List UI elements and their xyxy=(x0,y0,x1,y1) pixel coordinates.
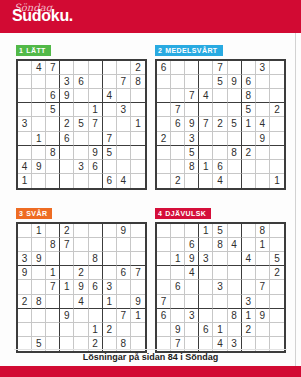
sudoku-cell xyxy=(46,132,60,146)
sudoku-cell xyxy=(228,103,242,117)
sudoku-cell xyxy=(32,309,46,323)
sudoku-cell xyxy=(213,295,227,309)
sudoku-cell: 6 xyxy=(157,61,171,75)
sudoku-cell: 1 xyxy=(256,238,270,252)
sudoku-cell xyxy=(228,252,242,266)
sudoku-cell: 5 xyxy=(270,252,284,266)
sudoku-cell: 1 xyxy=(131,309,145,323)
sudoku-cell xyxy=(213,146,227,160)
sudoku-cell xyxy=(270,117,284,131)
sudoku-cell xyxy=(213,132,227,146)
sudoku-cell xyxy=(60,323,74,337)
sudoku-cell: 8 xyxy=(228,309,242,323)
sudoku-cell xyxy=(131,280,145,294)
sudoku-cell xyxy=(199,266,213,280)
sudoku-cell xyxy=(228,89,242,103)
sudoku-cell: 8 xyxy=(131,75,145,89)
sudoku-cell: 9 xyxy=(32,160,46,174)
sudoku-cell xyxy=(46,174,60,188)
sudoku-cell: 6 xyxy=(74,75,88,89)
puzzle-difficulty: LÄTT xyxy=(26,47,45,54)
sudoku-cell xyxy=(157,280,171,294)
puzzle-2-medelsvart: 2 MEDELSVÅRT 673596748752697251423958281… xyxy=(155,39,286,190)
sudoku-cell xyxy=(18,224,32,238)
sudoku-cell: 1 xyxy=(171,252,185,266)
sudoku-cell xyxy=(270,160,284,174)
sudoku-cell: 1 xyxy=(131,117,145,131)
sudoku-cell: 3 xyxy=(199,252,213,266)
sudoku-cell xyxy=(256,89,270,103)
sudoku-cell xyxy=(117,61,131,75)
sudoku-cell xyxy=(199,132,213,146)
sudoku-cell: 4 xyxy=(228,238,242,252)
sudoku-cell: 2 xyxy=(270,266,284,280)
sudoku-cell xyxy=(18,323,32,337)
sudoku-cell xyxy=(242,132,256,146)
sudoku-cell: 2 xyxy=(60,224,74,238)
sudoku-cell: 7 xyxy=(60,238,74,252)
sudoku-cell xyxy=(185,224,199,238)
sudoku-cell xyxy=(60,61,74,75)
sudoku-cell xyxy=(228,61,242,75)
sudoku-cell xyxy=(131,160,145,174)
sudoku-grid-4: 1586841193454263773638199612743 xyxy=(155,222,286,353)
sudoku-cell xyxy=(103,61,117,75)
sudoku-cell: 3 xyxy=(117,103,131,117)
sudoku-cell xyxy=(32,103,46,117)
solutions-note: Lösningar på sidan 84 i Söndag xyxy=(0,352,301,362)
sudoku-cell xyxy=(60,146,74,160)
sudoku-cell: 7 xyxy=(171,103,185,117)
sudoku-cell xyxy=(270,224,284,238)
sudoku-cell xyxy=(157,224,171,238)
brand-main-text: Sudoku. xyxy=(12,7,73,24)
sudoku-cell xyxy=(18,75,32,89)
sudoku-cell: 3 xyxy=(74,160,88,174)
difficulty-label-4: 4 DJÄVULSK xyxy=(155,208,211,219)
sudoku-cell xyxy=(171,238,185,252)
sudoku-cell: 6 xyxy=(46,89,60,103)
sudoku-cell xyxy=(103,160,117,174)
sudoku-cell xyxy=(171,295,185,309)
sudoku-cell xyxy=(74,61,88,75)
sudoku-cell: 9 xyxy=(74,280,88,294)
sudoku-cell: 9 xyxy=(89,146,103,160)
sudoku-cell xyxy=(89,238,103,252)
sudoku-cell xyxy=(89,61,103,75)
sudoku-cell xyxy=(185,174,199,188)
sudoku-cell: 5 xyxy=(46,103,60,117)
sudoku-cell xyxy=(256,252,270,266)
sudoku-cell xyxy=(117,238,131,252)
sudoku-cell xyxy=(18,103,32,117)
sudoku-cell: 8 xyxy=(32,295,46,309)
sudoku-cell xyxy=(60,160,74,174)
sudoku-cell: 1 xyxy=(103,295,117,309)
sudoku-cell: 3 xyxy=(185,132,199,146)
sudoku-cell xyxy=(32,146,46,160)
sudoku-cell xyxy=(228,224,242,238)
sudoku-cell xyxy=(32,280,46,294)
sudoku-cell: 3 xyxy=(18,252,32,266)
sudoku-cell: 9 xyxy=(131,295,145,309)
magazine-page: Söndag Sudoku. 1 LÄTT 472367869451332571… xyxy=(0,0,301,377)
sudoku-cell: 5 xyxy=(242,103,256,117)
sudoku-cell xyxy=(228,132,242,146)
sudoku-cell xyxy=(242,280,256,294)
sudoku-cell xyxy=(89,295,103,309)
sudoku-cell xyxy=(171,132,185,146)
sudoku-cell xyxy=(103,266,117,280)
sudoku-cell xyxy=(228,323,242,337)
sudoku-grid-1: 4723678694513325711678954936164 xyxy=(16,59,147,190)
sudoku-cell xyxy=(103,238,117,252)
sudoku-cell: 7 xyxy=(213,61,227,75)
sudoku-cell: 3 xyxy=(60,75,74,89)
sudoku-cell: 9 xyxy=(117,224,131,238)
sudoku-cell xyxy=(46,75,60,89)
sudoku-cell: 1 xyxy=(199,160,213,174)
sudoku-cell xyxy=(60,295,74,309)
sudoku-cell: 2 xyxy=(157,132,171,146)
sudoku-cell: 3 xyxy=(213,280,227,294)
puzzle-number: 1 xyxy=(19,47,23,54)
sudoku-cell xyxy=(228,280,242,294)
sudoku-cell xyxy=(171,309,185,323)
sudoku-cell xyxy=(185,323,199,337)
sudoku-cell xyxy=(185,61,199,75)
sudoku-cell xyxy=(60,252,74,266)
sudoku-cell xyxy=(228,174,242,188)
sudoku-cell xyxy=(46,224,60,238)
puzzle-3-svar: 3 SVÅR 1298739891267719632841997112528 xyxy=(16,202,147,353)
sudoku-cell xyxy=(74,323,88,337)
sudoku-cell: 3 xyxy=(103,280,117,294)
sudoku-cell xyxy=(199,238,213,252)
puzzle-difficulty: SVÅR xyxy=(26,210,47,217)
sudoku-cell xyxy=(256,266,270,280)
sudoku-cell xyxy=(270,132,284,146)
sudoku-cell xyxy=(74,238,88,252)
sudoku-cell: 4 xyxy=(242,252,256,266)
sudoku-cell: 7 xyxy=(131,266,145,280)
sudoku-cell: 6 xyxy=(157,309,171,323)
sudoku-cell: 3 xyxy=(242,295,256,309)
puzzle-4-djavulsk: 4 DJÄVULSK 15868411934542637736381996127… xyxy=(155,202,286,353)
sudoku-cell: 2 xyxy=(103,323,117,337)
sudoku-cell xyxy=(131,238,145,252)
sudoku-cell xyxy=(18,132,32,146)
sudoku-cell: 8 xyxy=(228,146,242,160)
sudoku-cell: 1 xyxy=(46,266,60,280)
sudoku-cell xyxy=(32,238,46,252)
sudoku-cell xyxy=(270,61,284,75)
sudoku-cell: 7 xyxy=(185,89,199,103)
sudoku-cell xyxy=(18,309,32,323)
sudoku-cell xyxy=(131,146,145,160)
sudoku-cell xyxy=(228,160,242,174)
sudoku-cell xyxy=(171,160,185,174)
sudoku-grid-3: 1298739891267719632841997112528 xyxy=(16,222,147,353)
sudoku-cell xyxy=(89,89,103,103)
sudoku-cell: 1 xyxy=(213,323,227,337)
sudoku-cell: 4 xyxy=(199,89,213,103)
sudoku-cell xyxy=(185,295,199,309)
sudoku-cell xyxy=(199,103,213,117)
sudoku-cell: 8 xyxy=(46,146,60,160)
sudoku-cell xyxy=(199,295,213,309)
sudoku-cell xyxy=(199,61,213,75)
sudoku-cell xyxy=(270,309,284,323)
sudoku-cell xyxy=(18,61,32,75)
puzzle-number: 3 xyxy=(19,210,23,217)
sudoku-cell xyxy=(270,238,284,252)
sudoku-cell: 1 xyxy=(18,174,32,188)
footer-divider xyxy=(14,349,287,350)
sudoku-cell xyxy=(185,280,199,294)
sudoku-cell: 5 xyxy=(185,146,199,160)
sudoku-cell xyxy=(256,323,270,337)
sudoku-cell: 1 xyxy=(32,224,46,238)
sudoku-cell: 2 xyxy=(270,103,284,117)
sudoku-cell: 6 xyxy=(171,117,185,131)
sudoku-cell xyxy=(131,224,145,238)
sudoku-cell xyxy=(171,224,185,238)
sudoku-cell xyxy=(117,117,131,131)
sudoku-cell xyxy=(74,224,88,238)
sudoku-cell xyxy=(270,75,284,89)
sudoku-cell xyxy=(157,174,171,188)
sudoku-cell: 6 xyxy=(89,160,103,174)
sudoku-cell: 1 xyxy=(89,323,103,337)
puzzle-area: 1 LÄTT 4723678694513325711678954936164 2… xyxy=(16,39,286,353)
sudoku-cell: 7 xyxy=(117,309,131,323)
sudoku-cell: 8 xyxy=(242,89,256,103)
sudoku-cell xyxy=(131,174,145,188)
sudoku-cell xyxy=(89,132,103,146)
sudoku-cell xyxy=(157,146,171,160)
sudoku-cell: 9 xyxy=(185,117,199,131)
sudoku-cell xyxy=(46,309,60,323)
sudoku-cell: 5 xyxy=(213,75,227,89)
page-edge xyxy=(295,0,296,377)
sudoku-cell: 9 xyxy=(256,309,270,323)
sudoku-cell: 5 xyxy=(228,117,242,131)
sudoku-cell: 6 xyxy=(117,266,131,280)
sudoku-cell: 6 xyxy=(185,238,199,252)
sudoku-cell: 4 xyxy=(185,266,199,280)
sudoku-cell xyxy=(18,238,32,252)
sudoku-cell: 2 xyxy=(242,323,256,337)
sudoku-cell xyxy=(74,103,88,117)
sudoku-cell xyxy=(89,309,103,323)
sudoku-cell: 4 xyxy=(117,174,131,188)
puzzle-number: 2 xyxy=(158,47,162,54)
sudoku-cell xyxy=(74,132,88,146)
sudoku-cell: 1 xyxy=(242,117,256,131)
sudoku-cell xyxy=(74,252,88,266)
sudoku-cell: 1 xyxy=(199,224,213,238)
footer-bar xyxy=(0,366,301,377)
sudoku-cell: 1 xyxy=(60,280,74,294)
sudoku-cell xyxy=(157,238,171,252)
sudoku-cell xyxy=(157,75,171,89)
sudoku-cell xyxy=(117,146,131,160)
sudoku-cell xyxy=(213,266,227,280)
sudoku-cell: 2 xyxy=(242,146,256,160)
sudoku-cell: 4 xyxy=(103,89,117,103)
sudoku-cell xyxy=(228,295,242,309)
sudoku-cell xyxy=(256,103,270,117)
sudoku-cell xyxy=(157,252,171,266)
sudoku-cell: 5 xyxy=(103,146,117,160)
sudoku-cell: 2 xyxy=(60,117,74,131)
puzzle-difficulty: MEDELSVÅRT xyxy=(165,47,217,54)
sudoku-cell xyxy=(46,252,60,266)
sudoku-cell: 9 xyxy=(171,323,185,337)
sudoku-cell xyxy=(131,89,145,103)
sudoku-cell xyxy=(256,146,270,160)
sudoku-cell xyxy=(46,323,60,337)
sudoku-cell xyxy=(213,89,227,103)
sudoku-cell xyxy=(242,238,256,252)
sudoku-cell xyxy=(171,146,185,160)
sudoku-cell xyxy=(157,117,171,131)
sudoku-cell: 7 xyxy=(103,132,117,146)
sudoku-cell xyxy=(171,89,185,103)
sudoku-cell xyxy=(117,132,131,146)
sudoku-cell xyxy=(103,224,117,238)
sudoku-cell xyxy=(199,146,213,160)
sudoku-cell xyxy=(103,252,117,266)
sudoku-cell: 2 xyxy=(213,117,227,131)
sudoku-cell xyxy=(32,89,46,103)
sudoku-cell xyxy=(242,224,256,238)
sudoku-cell: 9 xyxy=(256,132,270,146)
sudoku-cell xyxy=(60,174,74,188)
sudoku-cell: 9 xyxy=(60,309,74,323)
brand-logo: Söndag Sudoku. xyxy=(12,3,73,24)
sudoku-grid-2: 6735967487526972514239582816241 xyxy=(155,59,286,190)
sudoku-cell xyxy=(32,323,46,337)
puzzle-number: 4 xyxy=(158,210,162,217)
sudoku-cell xyxy=(185,75,199,89)
sudoku-cell: 3 xyxy=(256,61,270,75)
sudoku-cell xyxy=(103,309,117,323)
sudoku-cell xyxy=(157,103,171,117)
sudoku-cell: 1 xyxy=(89,103,103,117)
sudoku-cell xyxy=(242,174,256,188)
difficulty-label-1: 1 LÄTT xyxy=(16,45,51,56)
difficulty-label-2: 2 MEDELSVÅRT xyxy=(155,45,223,56)
sudoku-cell: 8 xyxy=(46,238,60,252)
sudoku-cell: 9 xyxy=(32,252,46,266)
sudoku-cell xyxy=(32,174,46,188)
sudoku-cell: 4 xyxy=(213,174,227,188)
sudoku-cell: 2 xyxy=(18,295,32,309)
sudoku-cell xyxy=(89,75,103,89)
sudoku-cell xyxy=(256,295,270,309)
sudoku-cell xyxy=(228,266,242,280)
sudoku-cell: 7 xyxy=(199,117,213,131)
sudoku-cell xyxy=(32,266,46,280)
sudoku-cell: 7 xyxy=(157,295,171,309)
sudoku-cell: 6 xyxy=(199,323,213,337)
sudoku-cell xyxy=(103,117,117,131)
sudoku-cell: 3 xyxy=(185,309,199,323)
sudoku-cell: 1 xyxy=(242,309,256,323)
sudoku-cell xyxy=(171,75,185,89)
sudoku-cell xyxy=(256,75,270,89)
sudoku-cell: 8 xyxy=(89,252,103,266)
sudoku-cell xyxy=(185,103,199,117)
sudoku-cell xyxy=(199,309,213,323)
sudoku-cell: 7 xyxy=(46,61,60,75)
sudoku-cell xyxy=(117,295,131,309)
sudoku-cell xyxy=(46,160,60,174)
sudoku-cell xyxy=(199,280,213,294)
sudoku-cell: 5 xyxy=(213,224,227,238)
sudoku-cell: 9 xyxy=(185,252,199,266)
sudoku-cell xyxy=(171,266,185,280)
sudoku-cell xyxy=(32,117,46,131)
sudoku-cell xyxy=(199,174,213,188)
sudoku-cell xyxy=(242,160,256,174)
sudoku-cell xyxy=(131,323,145,337)
sudoku-cell xyxy=(131,252,145,266)
sudoku-cell: 2 xyxy=(171,174,185,188)
sudoku-cell: 9 xyxy=(228,75,242,89)
sudoku-cell xyxy=(74,174,88,188)
sudoku-cell xyxy=(60,103,74,117)
sudoku-cell: 7 xyxy=(89,117,103,131)
sudoku-cell xyxy=(117,323,131,337)
sudoku-cell xyxy=(270,323,284,337)
sudoku-cell xyxy=(18,280,32,294)
sudoku-cell: 6 xyxy=(171,280,185,294)
sudoku-cell xyxy=(270,89,284,103)
puzzle-difficulty: DJÄVULSK xyxy=(165,210,206,217)
sudoku-cell xyxy=(103,103,117,117)
sudoku-cell: 3 xyxy=(18,117,32,131)
difficulty-label-3: 3 SVÅR xyxy=(16,208,52,219)
sudoku-cell: 6 xyxy=(89,280,103,294)
sudoku-cell xyxy=(89,266,103,280)
sudoku-cell: 4 xyxy=(256,117,270,131)
sudoku-cell: 6 xyxy=(213,160,227,174)
sudoku-cell: 4 xyxy=(74,295,88,309)
sudoku-cell xyxy=(157,266,171,280)
sudoku-cell: 1 xyxy=(270,174,284,188)
sudoku-cell xyxy=(213,252,227,266)
sudoku-cell xyxy=(46,117,60,131)
sudoku-cell xyxy=(171,61,185,75)
sudoku-cell xyxy=(89,224,103,238)
sudoku-cell xyxy=(46,295,60,309)
sudoku-cell xyxy=(89,174,103,188)
sudoku-cell xyxy=(157,323,171,337)
sudoku-cell: 9 xyxy=(18,266,32,280)
sudoku-cell: 8 xyxy=(213,238,227,252)
sudoku-cell xyxy=(256,160,270,174)
sudoku-cell xyxy=(74,89,88,103)
masthead: Söndag Sudoku. xyxy=(0,0,301,33)
sudoku-cell xyxy=(18,146,32,160)
sudoku-cell: 2 xyxy=(131,61,145,75)
sudoku-cell xyxy=(18,89,32,103)
sudoku-cell xyxy=(213,103,227,117)
sudoku-cell: 1 xyxy=(32,132,46,146)
